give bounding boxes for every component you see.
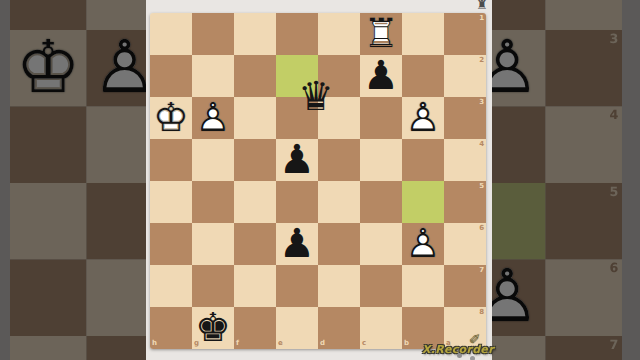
square-f7[interactable] xyxy=(234,265,276,307)
rank-label-2: 2 xyxy=(479,57,484,64)
square-h7[interactable] xyxy=(150,265,192,307)
square-a3[interactable]: 3 xyxy=(444,97,486,139)
square-h8[interactable]: h xyxy=(150,307,192,349)
square-c4[interactable] xyxy=(360,139,402,181)
square-f6[interactable] xyxy=(234,223,276,265)
chess-board[interactable]: ♜♖1♛♟2♚♔♟♙♟♙3♟45♟♟♙67hg♚fedcb8a xyxy=(150,13,486,349)
square-g5[interactable] xyxy=(192,181,234,223)
piece-glyph: ♟ xyxy=(276,139,318,181)
rank-label-6: 6 xyxy=(479,225,484,232)
square-b4[interactable] xyxy=(402,139,444,181)
piece-glyph: ♚ xyxy=(192,307,234,349)
square-e4[interactable]: ♟ xyxy=(276,139,318,181)
square-b1[interactable] xyxy=(402,13,444,55)
square-f8[interactable]: f xyxy=(234,307,276,349)
square-d8[interactable]: d xyxy=(318,307,360,349)
piece-glyph: ♟ xyxy=(276,223,318,265)
square-g7[interactable] xyxy=(192,265,234,307)
piece-white-king[interactable]: ♚♔ xyxy=(150,97,192,139)
square-d5[interactable] xyxy=(318,181,360,223)
square-e7[interactable] xyxy=(276,265,318,307)
rank-label-6: 6 xyxy=(609,263,618,276)
square-c5[interactable] xyxy=(360,181,402,223)
piece-glyph-outline: ♙ xyxy=(192,97,234,139)
piece-white-pawn[interactable]: ♟♙ xyxy=(192,97,234,139)
screen: ♜♖1♛♟2♚♔♟♙♟♙3♟45♟♟♙67hg♚fedcb8a ♜ ♜♖1♛♟2… xyxy=(0,0,640,360)
piece-black-queen[interactable]: ♛ xyxy=(295,76,337,118)
square-d1[interactable] xyxy=(318,13,360,55)
piece-glyph: ♟ xyxy=(360,55,402,97)
square-a3[interactable]: 3 xyxy=(545,30,621,106)
piece-white-pawn[interactable]: ♟♙ xyxy=(402,97,444,139)
square-h6[interactable] xyxy=(10,259,86,335)
piece-black-pawn[interactable]: ♟ xyxy=(276,223,318,265)
square-c7[interactable] xyxy=(360,265,402,307)
square-a7[interactable]: 7 xyxy=(444,265,486,307)
file-label-e: e xyxy=(278,340,283,347)
square-d6[interactable] xyxy=(318,223,360,265)
piece-glyph-outline: ♙ xyxy=(402,97,444,139)
phone-screen-panel: ♜ ♜♖1♛♟2♚♔♟♙♟♙3♟45♟♟♙67hg♚fedcb8a xyxy=(146,0,492,360)
square-f3[interactable] xyxy=(234,97,276,139)
square-a6[interactable]: 6 xyxy=(545,259,621,335)
square-a2[interactable]: 2 xyxy=(444,55,486,97)
square-c1[interactable]: ♜♖ xyxy=(360,13,402,55)
square-c6[interactable] xyxy=(360,223,402,265)
square-h5[interactable] xyxy=(150,181,192,223)
rank-label-1: 1 xyxy=(479,15,484,22)
square-g1[interactable] xyxy=(192,13,234,55)
square-d7[interactable] xyxy=(318,265,360,307)
piece-black-pawn[interactable]: ♟ xyxy=(276,139,318,181)
square-g6[interactable] xyxy=(192,223,234,265)
square-g8[interactable]: g♚ xyxy=(192,307,234,349)
square-a4[interactable]: 4 xyxy=(545,106,621,182)
square-e2[interactable]: ♛ xyxy=(276,55,318,97)
file-label-b: b xyxy=(404,340,409,347)
piece-glyph-outline: ♔ xyxy=(150,97,192,139)
square-f1[interactable] xyxy=(234,13,276,55)
rank-label-3: 3 xyxy=(609,34,618,47)
square-h6[interactable] xyxy=(150,223,192,265)
file-label-c: c xyxy=(362,340,366,347)
square-c8[interactable]: c xyxy=(360,307,402,349)
piece-white-pawn[interactable]: ♟♙ xyxy=(402,223,444,265)
square-h3[interactable]: ♚♔ xyxy=(10,30,86,106)
square-d4[interactable] xyxy=(318,139,360,181)
square-b7[interactable] xyxy=(402,265,444,307)
piece-white-rook[interactable]: ♜♖ xyxy=(360,13,402,55)
square-a4[interactable]: 4 xyxy=(444,139,486,181)
square-c3[interactable] xyxy=(360,97,402,139)
square-a7[interactable]: 7 xyxy=(545,336,621,360)
square-a5[interactable]: 5 xyxy=(545,183,621,259)
square-h4[interactable] xyxy=(10,106,86,182)
square-g2[interactable] xyxy=(192,55,234,97)
piece-white-king[interactable]: ♚♔ xyxy=(10,30,86,106)
rank-label-5: 5 xyxy=(479,183,484,190)
square-b3[interactable]: ♟♙ xyxy=(402,97,444,139)
square-a2[interactable]: 2 xyxy=(545,0,621,30)
square-e1[interactable] xyxy=(276,13,318,55)
rank-label-7: 7 xyxy=(609,340,618,353)
square-h2[interactable] xyxy=(150,55,192,97)
file-label-d: d xyxy=(320,340,325,347)
square-f4[interactable] xyxy=(234,139,276,181)
piece-glyph: ♛ xyxy=(295,76,337,118)
square-h3[interactable]: ♚♔ xyxy=(150,97,192,139)
square-b2[interactable] xyxy=(402,55,444,97)
square-e5[interactable] xyxy=(276,181,318,223)
file-label-h: h xyxy=(152,340,157,347)
rook-icon: ♜ xyxy=(476,0,488,11)
piece-glyph-outline: ♖ xyxy=(360,13,402,55)
rank-label-5: 5 xyxy=(609,187,618,200)
square-f5[interactable] xyxy=(234,181,276,223)
square-g4[interactable] xyxy=(192,139,234,181)
square-a5[interactable]: 5 xyxy=(444,181,486,223)
square-b6[interactable]: ♟♙ xyxy=(402,223,444,265)
piece-black-pawn[interactable]: ♟ xyxy=(360,55,402,97)
square-h4[interactable] xyxy=(150,139,192,181)
square-a6[interactable]: 6 xyxy=(444,223,486,265)
square-e8[interactable]: e xyxy=(276,307,318,349)
square-h5[interactable] xyxy=(10,183,86,259)
rank-label-4: 4 xyxy=(479,141,484,148)
piece-glyph-outline: ♙ xyxy=(402,223,444,265)
square-h7[interactable] xyxy=(10,336,86,360)
piece-glyph-outline: ♔ xyxy=(10,30,86,106)
rank-label-4: 4 xyxy=(609,110,618,123)
square-c2[interactable]: ♟ xyxy=(360,55,402,97)
square-g3[interactable]: ♟♙ xyxy=(192,97,234,139)
piece-black-king[interactable]: ♚ xyxy=(192,307,234,349)
square-b5[interactable] xyxy=(402,181,444,223)
square-f2[interactable] xyxy=(234,55,276,97)
square-h1[interactable] xyxy=(150,13,192,55)
rank-label-7: 7 xyxy=(479,267,484,274)
square-e6[interactable]: ♟ xyxy=(276,223,318,265)
rank-label-3: 3 xyxy=(479,99,484,106)
rank-label-8: 8 xyxy=(479,309,484,316)
square-a1[interactable]: 1 xyxy=(444,13,486,55)
watermark-dots xyxy=(457,353,462,358)
file-label-f: f xyxy=(236,340,239,347)
